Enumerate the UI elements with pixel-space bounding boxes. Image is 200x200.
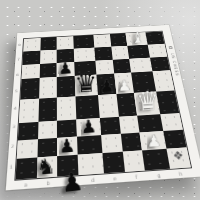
square-h7 (148, 44, 167, 58)
square-h5 (153, 70, 175, 92)
file-label-d: d (91, 178, 95, 183)
square-g2: ♟ (140, 131, 167, 150)
square-d7 (73, 48, 95, 62)
square-f8 (110, 33, 128, 46)
square-b6 (39, 63, 57, 78)
square-d2 (77, 135, 103, 155)
square-g1 (142, 149, 170, 171)
square-f3 (119, 116, 140, 134)
square-c3 (57, 120, 77, 138)
square-c8 (57, 36, 74, 49)
black-pawn: ♟ (58, 136, 76, 156)
square-e1 (102, 152, 124, 174)
square-f1 (122, 150, 145, 172)
black-queen: ♛ (74, 71, 98, 97)
white-pawn: ♟ (118, 79, 132, 95)
square-e6 (95, 60, 113, 75)
square-h6 (150, 57, 170, 72)
file-label-f: f (135, 175, 137, 180)
square-c4 (57, 97, 76, 121)
black-pawn: ♟ (80, 118, 97, 137)
square-f4 (116, 93, 137, 117)
file-label-a: a (24, 183, 27, 188)
file-label-h: h (179, 172, 183, 177)
rank-label-1: 1 (9, 165, 13, 170)
square-b7 (40, 50, 57, 64)
file-label-b: b (47, 181, 50, 186)
square-d3: ♟ (76, 118, 101, 137)
corner-ornament-icon: ❖ (172, 150, 185, 162)
square-f6 (112, 59, 131, 74)
square-c2: ♟ (57, 137, 77, 156)
square-e7 (94, 47, 112, 61)
captured-black-pawn: ♟ (60, 169, 85, 196)
square-c5 (57, 76, 75, 98)
square-e8 (93, 34, 111, 47)
brand-text: US CHESS (170, 53, 180, 77)
black-pawn: ♟ (99, 78, 115, 96)
rank-label-4: 4 (14, 107, 17, 111)
square-h1: ❖ (167, 147, 191, 168)
rank-label-2: 2 (11, 145, 14, 150)
rank-label-5: 5 (15, 90, 18, 94)
black-knight: ♞ (36, 155, 56, 178)
square-h4 (157, 91, 180, 115)
square-g7 (127, 45, 150, 59)
chess-board: ♝♟♛♟♟♛♟♟♟♞❖ ✪ US CHESS 87654321abcdefgh (6, 25, 200, 190)
rank-label-3: 3 (12, 125, 15, 129)
square-a8 (23, 38, 40, 52)
rank-label-6: 6 (16, 74, 19, 78)
square-d8 (73, 35, 94, 49)
square-g6 (129, 58, 153, 73)
file-label-e: e (113, 176, 117, 181)
file-label-g: g (157, 173, 161, 178)
rank-label-8: 8 (18, 44, 21, 47)
square-a7 (22, 51, 40, 65)
square-f7 (111, 46, 129, 60)
square-c6: ♟ (57, 62, 75, 77)
white-bishop: ♝ (130, 31, 144, 46)
square-b8 (40, 37, 57, 50)
square-b2 (37, 138, 57, 157)
square-e3 (100, 117, 121, 135)
square-f2 (120, 133, 142, 152)
square-g5 (131, 71, 156, 93)
square-g3 (137, 114, 163, 132)
square-d5: ♛ (74, 74, 98, 96)
square-d6 (74, 61, 96, 76)
white-pawn: ♟ (146, 133, 161, 150)
square-h2 (164, 130, 187, 149)
square-c7 (57, 49, 74, 63)
square-h3 (161, 113, 183, 131)
square-e5: ♟ (96, 73, 116, 95)
square-a1 (16, 157, 38, 179)
square-d4 (75, 95, 100, 119)
square-b5 (39, 77, 57, 99)
square-b4 (38, 98, 57, 122)
square-a4 (19, 99, 39, 123)
square-a6 (22, 64, 40, 79)
square-a2 (17, 139, 38, 159)
square-a5 (20, 78, 39, 100)
square-h8 (146, 31, 165, 44)
rank-label-7: 7 (17, 58, 20, 62)
square-e2 (101, 134, 122, 153)
board-grid: ♝♟♛♟♟♛♟♟♟♞❖ (16, 31, 191, 179)
chessboard-photo: ♝♟♛♟♟♛♟♟♟♞❖ ✪ US CHESS 87654321abcdefgh … (0, 0, 200, 200)
square-g8: ♝ (126, 32, 148, 45)
white-queen: ♛ (136, 89, 161, 116)
square-b1: ♞ (36, 156, 57, 178)
star-icon: ✪ (168, 45, 174, 50)
square-b3 (38, 121, 58, 139)
square-a3 (18, 122, 38, 140)
square-e4 (98, 94, 119, 118)
